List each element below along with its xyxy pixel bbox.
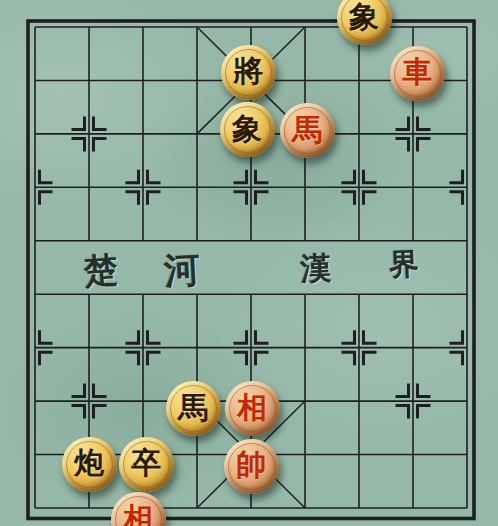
red-chariot-piece[interactable]: 車: [390, 46, 445, 101]
black-cannon-piece[interactable]: 炮: [62, 437, 117, 492]
xiangqi-board: 楚 河 漢 界 象將車象馬馬相炮卒帥相: [0, 0, 498, 526]
black-elephant-1-glyph: 象: [349, 2, 379, 32]
red-elephant-1-piece[interactable]: 相: [225, 381, 280, 436]
red-horse-piece[interactable]: 馬: [280, 103, 335, 158]
red-elephant-2-glyph: 相: [123, 504, 153, 526]
red-general-glyph: 帥: [236, 450, 266, 480]
red-horse-glyph: 馬: [292, 115, 322, 145]
black-cannon-glyph: 炮: [74, 448, 104, 478]
black-elephant-2-piece[interactable]: 象: [220, 102, 275, 157]
black-general-piece[interactable]: 將: [221, 45, 276, 100]
red-general-piece[interactable]: 帥: [224, 439, 279, 494]
red-elephant-1-glyph: 相: [237, 393, 267, 423]
black-general-glyph: 將: [233, 56, 263, 86]
black-soldier-piece[interactable]: 卒: [119, 437, 174, 492]
black-elephant-2-glyph: 象: [232, 114, 262, 144]
black-horse-glyph: 馬: [178, 393, 208, 423]
black-horse-piece[interactable]: 馬: [166, 381, 221, 436]
red-chariot-glyph: 車: [402, 57, 432, 87]
black-soldier-glyph: 卒: [131, 448, 161, 478]
